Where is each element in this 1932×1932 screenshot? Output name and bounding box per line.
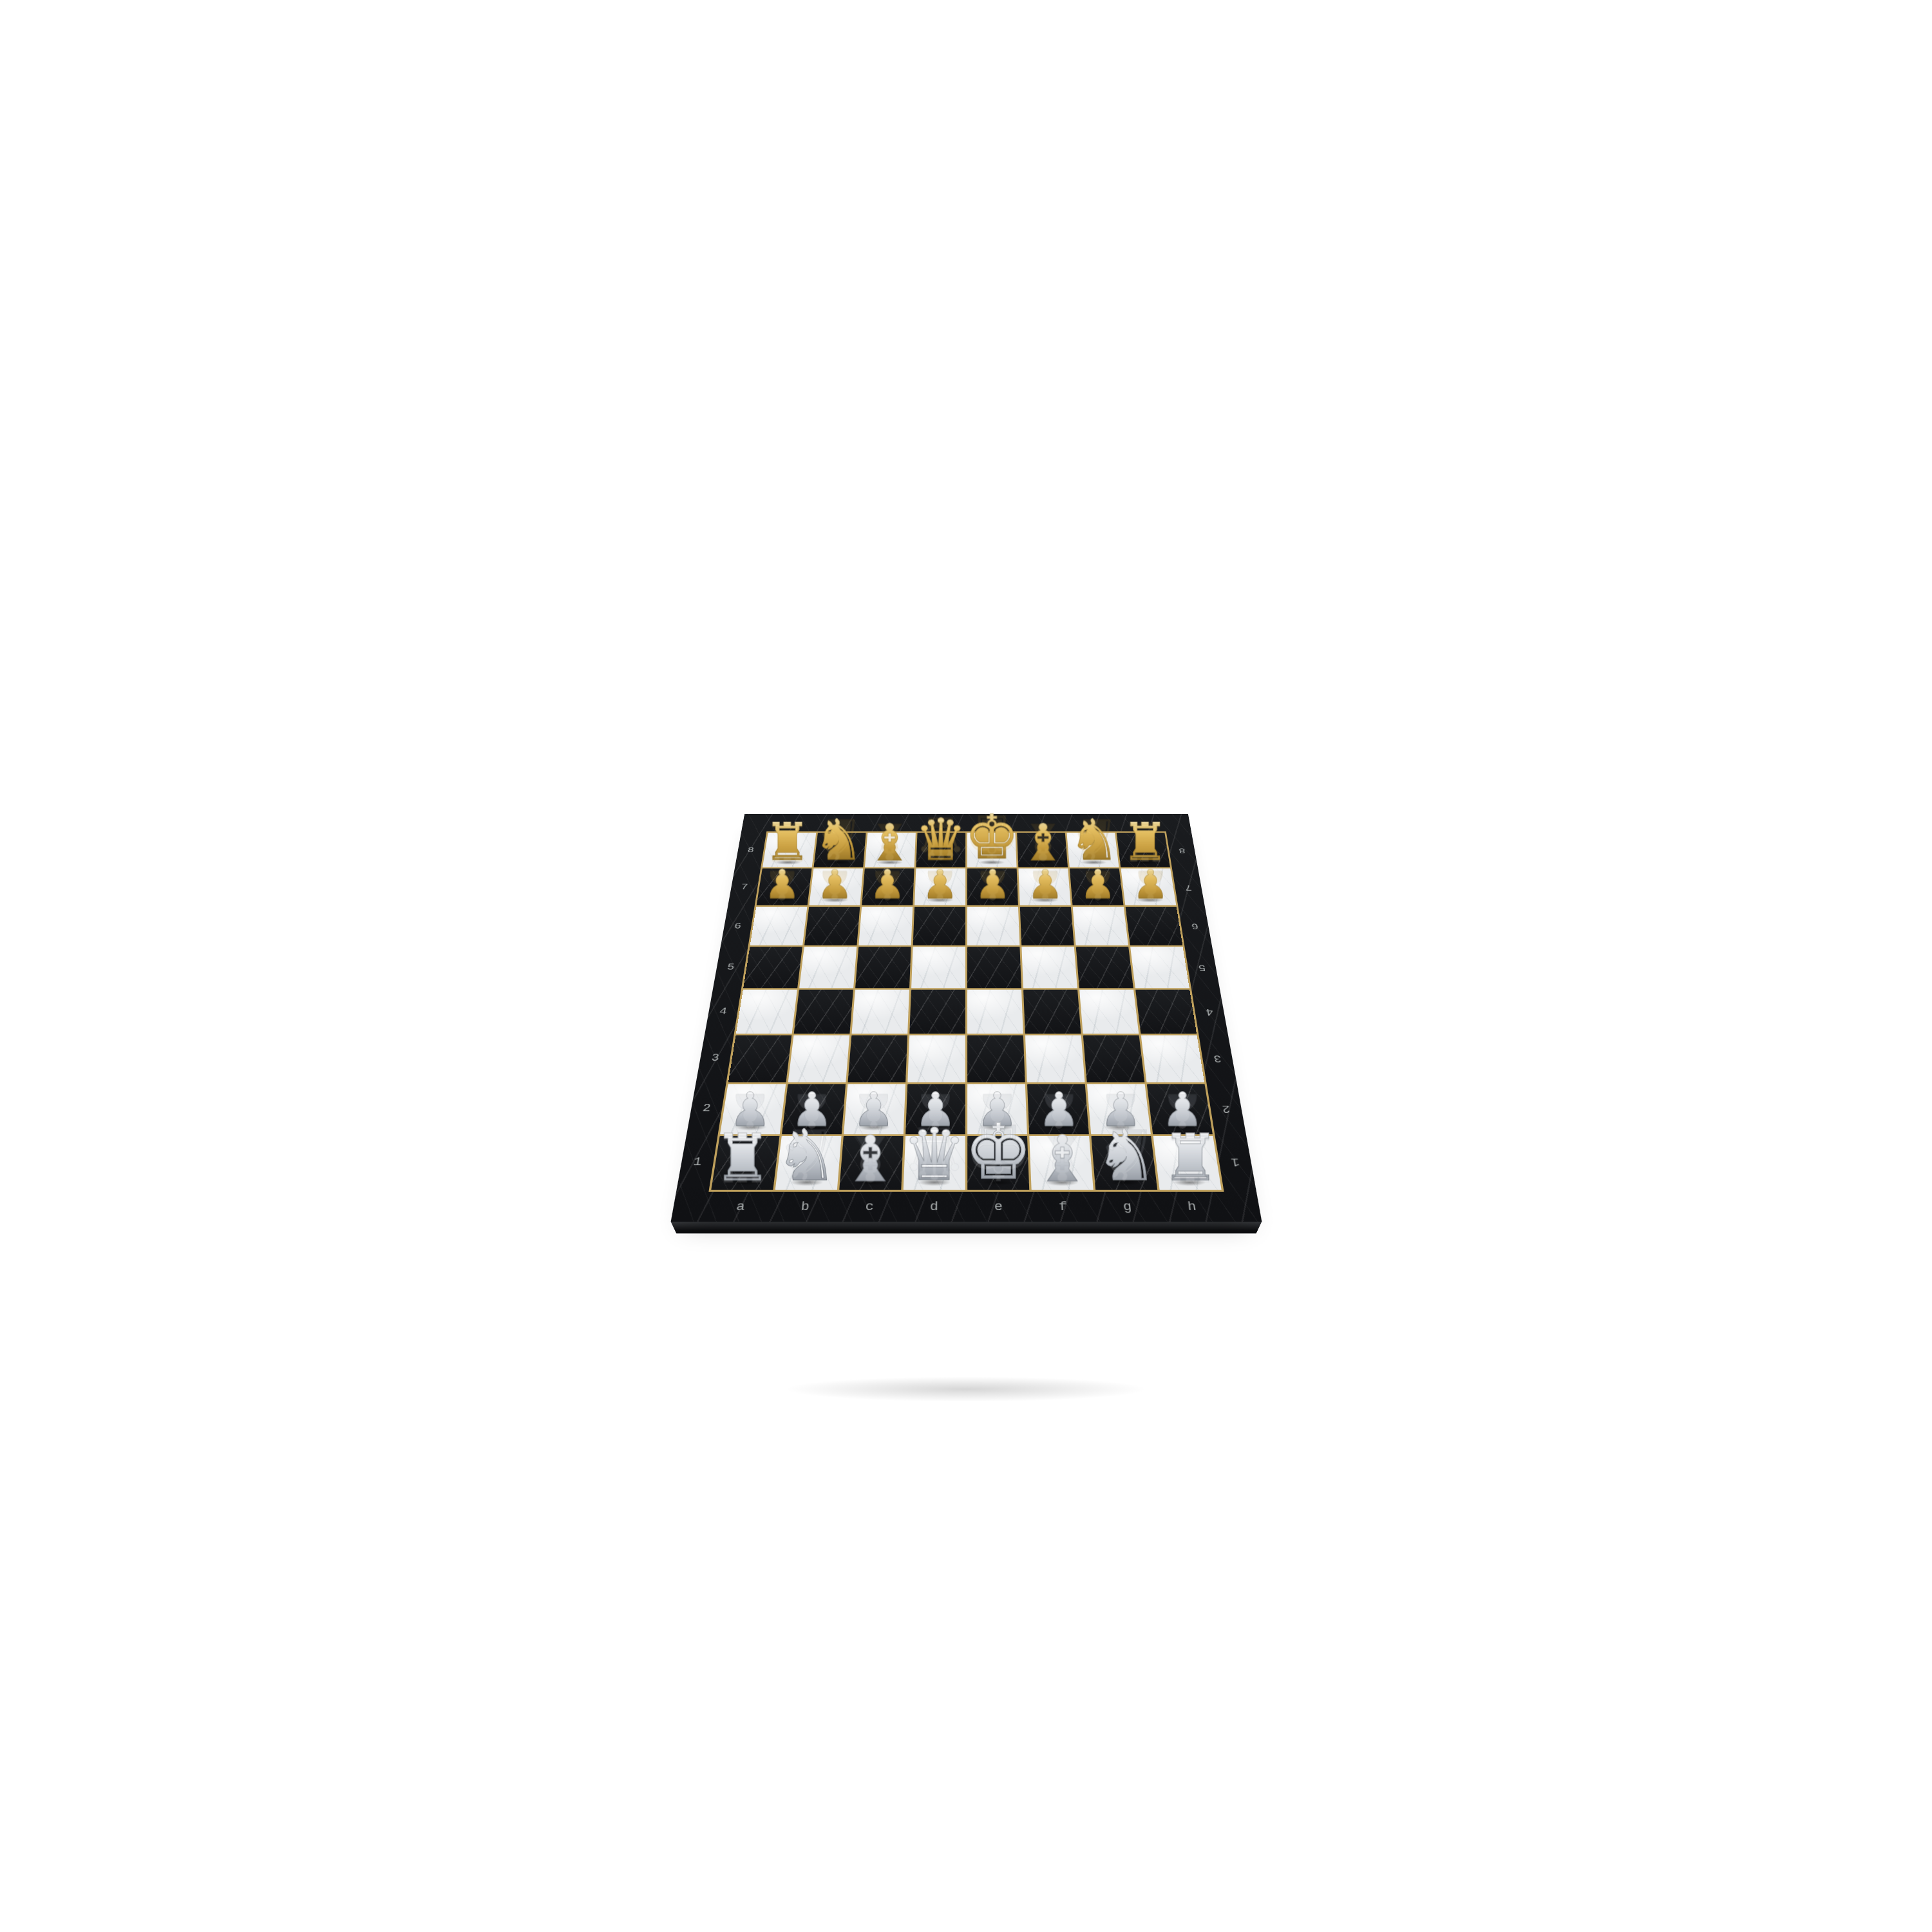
- photo-stage: ♜♞♝♛♚♝♞♜♟♟♟♟♟♟♟♟♟♟♟♟♟♟♟♟♜♞♝♛♚♝♞♜ 8765432…: [0, 0, 1932, 1932]
- piece-silver-knight-b1[interactable]: ♞: [774, 1122, 837, 1188]
- square-g5[interactable]: [1075, 947, 1133, 988]
- piece-gold-rook-h8[interactable]: ♜: [1122, 818, 1168, 866]
- square-h3[interactable]: [1141, 1035, 1204, 1082]
- square-h6[interactable]: [1125, 906, 1182, 945]
- square-c4[interactable]: [851, 989, 909, 1033]
- square-f1[interactable]: ♝: [1029, 1136, 1093, 1190]
- board-gold-frame: ♜♞♝♛♚♝♞♜♟♟♟♟♟♟♟♟♟♟♟♟♟♟♟♟♜♞♝♛♚♝♞♜: [708, 831, 1224, 1192]
- piece-gold-pawn-h7[interactable]: ♟: [1132, 867, 1168, 904]
- perspective-wrapper: ♜♞♝♛♚♝♞♜♟♟♟♟♟♟♟♟♟♟♟♟♟♟♟♟♜♞♝♛♚♝♞♜ 8765432…: [670, 814, 1262, 1222]
- square-b7[interactable]: ♟: [809, 868, 863, 905]
- board-grid: ♜♞♝♛♚♝♞♜♟♟♟♟♟♟♟♟♟♟♟♟♟♟♟♟♜♞♝♛♚♝♞♜: [711, 832, 1221, 1189]
- rank-label-8-left: 8: [734, 832, 766, 867]
- square-h1[interactable]: ♜: [1153, 1136, 1221, 1190]
- square-d3[interactable]: [907, 1035, 965, 1082]
- rank-label-7-left: 7: [728, 868, 761, 906]
- piece-gold-king-e8[interactable]: ♚: [964, 810, 1019, 866]
- file-label-b: b: [771, 1191, 838, 1221]
- square-c5[interactable]: [855, 947, 911, 988]
- square-g1[interactable]: ♞: [1091, 1136, 1157, 1190]
- piece-gold-queen-d8[interactable]: ♛: [914, 813, 966, 866]
- square-e6[interactable]: [967, 906, 1019, 945]
- file-labels-bottom: abcdefgh: [706, 1191, 1226, 1221]
- square-e3[interactable]: [967, 1035, 1025, 1082]
- square-f4[interactable]: [1023, 989, 1081, 1033]
- piece-gold-rook-a8[interactable]: ♜: [764, 818, 810, 866]
- piece-gold-knight-b8[interactable]: ♞: [813, 814, 864, 866]
- piece-gold-pawn-g7[interactable]: ♟: [1080, 867, 1116, 904]
- square-g4[interactable]: [1079, 989, 1139, 1033]
- piece-gold-pawn-c7[interactable]: ♟: [869, 867, 905, 904]
- square-e4[interactable]: [967, 989, 1023, 1033]
- square-a3[interactable]: [728, 1035, 791, 1082]
- square-e5[interactable]: [967, 947, 1021, 988]
- square-e7[interactable]: ♟: [967, 868, 1018, 905]
- square-h4[interactable]: [1135, 989, 1197, 1033]
- square-g6[interactable]: [1072, 906, 1128, 945]
- piece-silver-bishop-f1[interactable]: ♝: [1034, 1130, 1090, 1188]
- piece-gold-pawn-e7[interactable]: ♟: [974, 867, 1010, 904]
- piece-silver-rook-a1[interactable]: ♜: [713, 1128, 771, 1188]
- piece-silver-queen-d1[interactable]: ♛: [902, 1121, 966, 1188]
- square-a4[interactable]: [735, 989, 797, 1033]
- square-b5[interactable]: [799, 947, 857, 988]
- square-h7[interactable]: ♟: [1121, 868, 1176, 905]
- square-a7[interactable]: ♟: [756, 868, 811, 905]
- square-d6[interactable]: [913, 906, 965, 945]
- piece-silver-bishop-c1[interactable]: ♝: [842, 1130, 898, 1188]
- square-b1[interactable]: ♞: [775, 1136, 841, 1190]
- piece-silver-knight-g1[interactable]: ♞: [1094, 1122, 1157, 1188]
- square-g7[interactable]: ♟: [1069, 868, 1123, 905]
- chess-board: ♜♞♝♛♚♝♞♜♟♟♟♟♟♟♟♟♟♟♟♟♟♟♟♟♜♞♝♛♚♝♞♜ 8765432…: [670, 814, 1262, 1222]
- piece-gold-bishop-f8[interactable]: ♝: [1020, 819, 1065, 866]
- piece-gold-pawn-b7[interactable]: ♟: [817, 867, 853, 904]
- square-e1[interactable]: ♚: [967, 1136, 1029, 1190]
- rank-label-8-right: 8: [1166, 832, 1198, 867]
- file-label-a: a: [706, 1191, 775, 1221]
- square-d4[interactable]: [909, 989, 965, 1033]
- square-f5[interactable]: [1021, 947, 1077, 988]
- file-label-e: e: [966, 1191, 1031, 1221]
- square-d5[interactable]: [911, 947, 965, 988]
- square-c7[interactable]: ♟: [862, 868, 914, 905]
- square-b3[interactable]: [788, 1035, 849, 1082]
- piece-gold-pawn-a7[interactable]: ♟: [764, 867, 800, 904]
- board-ground-shadow: [715, 1372, 1217, 1406]
- piece-gold-pawn-f7[interactable]: ♟: [1027, 867, 1063, 904]
- square-d7[interactable]: ♟: [914, 868, 965, 905]
- square-c6[interactable]: [858, 906, 913, 945]
- piece-gold-pawn-d7[interactable]: ♟: [922, 867, 958, 904]
- square-f7[interactable]: ♟: [1018, 868, 1070, 905]
- square-g3[interactable]: [1083, 1035, 1144, 1082]
- piece-silver-rook-h1[interactable]: ♜: [1161, 1128, 1219, 1188]
- piece-silver-king-e1[interactable]: ♚: [963, 1117, 1032, 1188]
- square-a5[interactable]: [743, 947, 802, 988]
- file-label-f: f: [1030, 1191, 1096, 1221]
- square-d1[interactable]: ♛: [903, 1136, 965, 1190]
- square-f3[interactable]: [1025, 1035, 1084, 1082]
- rank-label-7-right: 7: [1171, 868, 1204, 906]
- file-label-d: d: [901, 1191, 966, 1221]
- piece-gold-knight-g8[interactable]: ♞: [1068, 814, 1119, 866]
- square-a6[interactable]: [750, 906, 807, 945]
- square-b4[interactable]: [793, 989, 853, 1033]
- file-label-c: c: [836, 1191, 902, 1221]
- square-b6[interactable]: [804, 906, 860, 945]
- square-f6[interactable]: [1019, 906, 1074, 945]
- piece-gold-bishop-c8[interactable]: ♝: [867, 819, 912, 866]
- square-c1[interactable]: ♝: [839, 1136, 903, 1190]
- file-label-g: g: [1094, 1191, 1161, 1221]
- square-c3[interactable]: [848, 1035, 907, 1082]
- file-label-h: h: [1158, 1191, 1227, 1221]
- board-front-edge: [670, 1222, 1262, 1233]
- square-h5[interactable]: [1130, 947, 1189, 988]
- square-a1[interactable]: ♜: [711, 1136, 779, 1190]
